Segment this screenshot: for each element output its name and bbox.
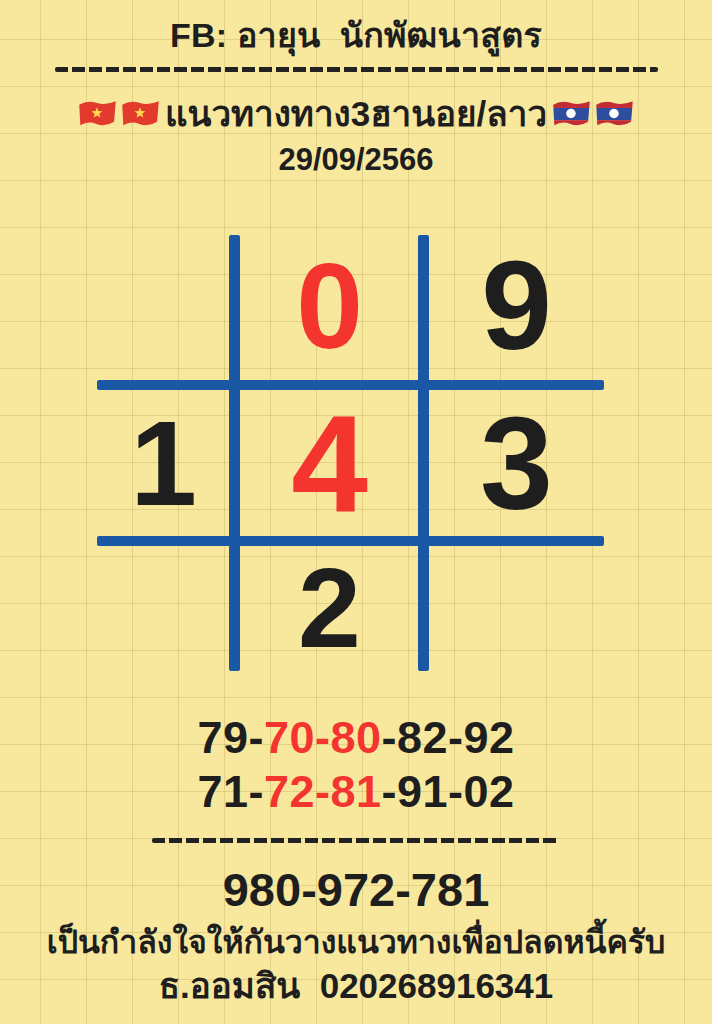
grid-cell-r2c2: 4 [240,390,419,536]
pair-segment-highlight: 72-81 [264,766,382,817]
banner-title: แนวทางทาง3ฮานอย/ลาว [163,96,549,131]
vietnam-flag-icon [120,98,161,129]
grid-cell-r3c3 [429,546,604,671]
laos-flag-icon [551,98,592,129]
grid-cell-r1c2: 0 [240,231,419,380]
pair-segment: 71- [197,766,264,817]
vietnam-flag-icon [77,98,118,129]
grid-cell-r1c1 [97,231,230,380]
draw-date: 29/09/2566 [0,142,712,178]
grid-cell-r2c3: 3 [429,390,604,536]
pair-segment: -82-92 [382,712,515,763]
dashed-divider-top [55,67,658,72]
grid-cell-r2c1: 1 [97,390,230,536]
bank-account-line: ธ.ออมสิน 020268916341 [0,958,712,1013]
grid-cell-r1c3: 9 [429,231,604,380]
grid-line-vertical-left [229,235,240,671]
banner-row: แนวทางทาง3ฮานอย/ลาว [0,96,712,131]
number-grid: 0 9 1 4 3 2 [97,231,604,671]
triple-numbers: 980-972-781 [0,862,712,917]
grid-cell-r3c1 [97,546,230,671]
grid-line-vertical-right [418,235,429,671]
laos-flag-icon [594,98,635,129]
lottery-tip-sheet: { "game": "thai-lao-hanoi-lottery-guidan… [0,0,712,1024]
grid-line-horizontal-bottom [97,536,604,546]
pair-numbers-line-2: 71-72-81-91-02 [0,768,712,815]
page-title: FB: อายุน นักพัฒนาสูตร [0,8,712,62]
pair-segment: -91-02 [382,766,515,817]
grid-line-horizontal-top [97,380,604,390]
grid-cell-r3c2: 2 [240,546,419,671]
dashed-divider-bottom [152,838,558,843]
pair-segment: 79- [197,712,264,763]
pair-numbers-line-1: 79-70-80-82-92 [0,714,712,761]
pair-segment-highlight: 70-80 [264,712,382,763]
